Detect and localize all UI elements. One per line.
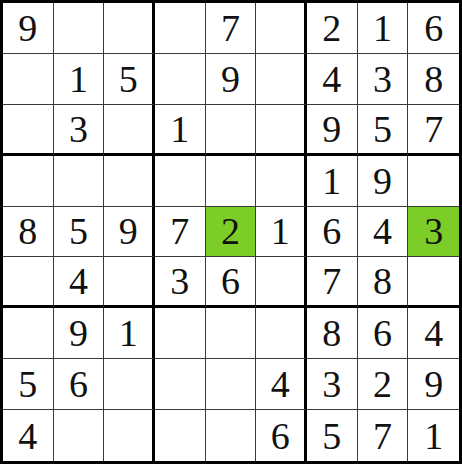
cell-r9c2[interactable] [54,410,105,461]
cell-r1c8[interactable]: 1 [358,3,409,54]
cell-r6c8[interactable]: 8 [358,257,409,308]
cell-r4c1[interactable] [3,156,54,207]
cell-r3c2[interactable]: 3 [54,105,105,156]
cell-r1c6[interactable] [256,3,307,54]
cell-r6c1[interactable] [3,257,54,308]
cell-r9c7[interactable]: 5 [307,410,358,461]
cell-r9c1[interactable]: 4 [3,410,54,461]
cell-r3c4[interactable]: 1 [155,105,206,156]
cell-r9c5[interactable] [206,410,257,461]
cell-r6c7[interactable]: 7 [307,257,358,308]
cell-r1c9[interactable]: 6 [408,3,459,54]
cell-r2c7[interactable]: 4 [307,54,358,105]
cell-r8c3[interactable] [104,359,155,410]
cell-r2c5[interactable]: 9 [206,54,257,105]
cell-r9c8[interactable]: 7 [358,410,409,461]
cell-r3c8[interactable]: 5 [358,105,409,156]
cell-r6c9[interactable] [408,257,459,308]
cell-r1c1[interactable]: 9 [3,3,54,54]
cell-r7c9[interactable]: 4 [408,308,459,359]
cell-r1c4[interactable] [155,3,206,54]
cell-r9c6[interactable]: 6 [256,410,307,461]
cell-r4c9[interactable] [408,156,459,207]
cell-r7c7[interactable]: 8 [307,308,358,359]
cell-r2c3[interactable]: 5 [104,54,155,105]
cell-r6c4[interactable]: 3 [155,257,206,308]
cell-r4c6[interactable] [256,156,307,207]
cell-r4c5[interactable] [206,156,257,207]
cell-r2c2[interactable]: 1 [54,54,105,105]
cell-r3c5[interactable] [206,105,257,156]
cell-r8c1[interactable]: 5 [3,359,54,410]
cell-r2c9[interactable]: 8 [408,54,459,105]
cell-r7c8[interactable]: 6 [358,308,409,359]
cell-r4c3[interactable] [104,156,155,207]
cell-r7c6[interactable] [256,308,307,359]
cell-r1c3[interactable] [104,3,155,54]
cell-r4c2[interactable] [54,156,105,207]
cell-r7c3[interactable]: 1 [104,308,155,359]
cell-r8c7[interactable]: 3 [307,359,358,410]
cell-r5c4[interactable]: 7 [155,207,206,258]
cell-r3c3[interactable] [104,105,155,156]
cell-r2c4[interactable] [155,54,206,105]
cell-r5c2[interactable]: 5 [54,207,105,258]
cell-r3c7[interactable]: 9 [307,105,358,156]
cell-r5c3[interactable]: 9 [104,207,155,258]
cell-r8c8[interactable]: 2 [358,359,409,410]
cell-r1c7[interactable]: 2 [307,3,358,54]
cell-r7c4[interactable] [155,308,206,359]
cell-r7c5[interactable] [206,308,257,359]
cell-r3c6[interactable] [256,105,307,156]
cell-r5c1[interactable]: 8 [3,207,54,258]
cell-r8c9[interactable]: 9 [408,359,459,410]
cell-r8c2[interactable]: 6 [54,359,105,410]
cell-r1c5[interactable]: 7 [206,3,257,54]
cell-r1c2[interactable] [54,3,105,54]
cell-r2c8[interactable]: 3 [358,54,409,105]
cell-r4c4[interactable] [155,156,206,207]
cell-r2c1[interactable] [3,54,54,105]
cell-r9c4[interactable] [155,410,206,461]
cell-r5c8[interactable]: 4 [358,207,409,258]
cell-r3c9[interactable]: 7 [408,105,459,156]
cell-r7c2[interactable]: 9 [54,308,105,359]
cell-r4c7[interactable]: 1 [307,156,358,207]
cell-r4c8[interactable]: 9 [358,156,409,207]
sudoku-board: 9721615943831957198597216434367891864564… [0,0,462,464]
cell-r3c1[interactable] [3,105,54,156]
cell-r8c5[interactable] [206,359,257,410]
cell-r6c5[interactable]: 6 [206,257,257,308]
cell-r5c5[interactable]: 2 [206,207,257,258]
cell-r7c1[interactable] [3,308,54,359]
cell-r8c4[interactable] [155,359,206,410]
cell-r6c2[interactable]: 4 [54,257,105,308]
cell-r5c6[interactable]: 1 [256,207,307,258]
cell-r6c6[interactable] [256,257,307,308]
cell-r9c3[interactable] [104,410,155,461]
cell-r5c7[interactable]: 6 [307,207,358,258]
cell-r8c6[interactable]: 4 [256,359,307,410]
cell-r6c3[interactable] [104,257,155,308]
cell-r2c6[interactable] [256,54,307,105]
cell-r9c9[interactable]: 1 [408,410,459,461]
cell-r5c9[interactable]: 3 [408,207,459,258]
